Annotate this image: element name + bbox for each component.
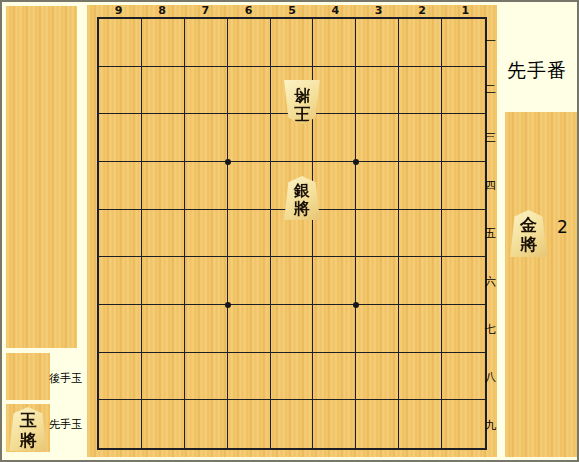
rank-label: 七 [484,306,497,354]
board-cell[interactable] [356,67,399,115]
board-cell[interactable] [313,114,356,162]
rank-label: 四 [484,161,497,209]
board-cell[interactable] [185,210,228,258]
gote-king-piece-label: 王將 [293,83,310,122]
sente-king-box-label: 先手玉 [49,417,85,432]
board-cell[interactable] [442,67,485,115]
rank-label: 二 [484,65,497,113]
board-cell[interactable] [228,257,271,305]
board-cell[interactable] [399,353,442,401]
sente-silver-piece-5d[interactable]: 銀將 [283,176,321,220]
board-cell[interactable] [313,162,356,210]
board-cell[interactable] [356,257,399,305]
turn-indicator: 先手番 [507,58,567,84]
board-cell[interactable] [185,353,228,401]
board-cell[interactable] [271,353,314,401]
board-cell[interactable] [313,210,356,258]
gote-king-box-label: 後手玉 [49,371,85,386]
rank-label: 八 [484,354,497,402]
board-cell[interactable] [228,305,271,353]
board-cell[interactable] [356,162,399,210]
board-cell[interactable] [313,400,356,448]
board-cell[interactable] [142,19,185,67]
board-cell[interactable] [313,305,356,353]
board-cell[interactable] [356,114,399,162]
board-cell[interactable] [313,353,356,401]
board-cell[interactable] [356,353,399,401]
board-cell[interactable] [442,210,485,258]
sente-king-box[interactable]: 玉將 [6,404,50,452]
file-label: 1 [444,5,487,17]
board-cell[interactable] [228,353,271,401]
sente-silver-piece-label: 銀將 [293,179,310,218]
board-cell[interactable] [99,305,142,353]
file-label: 6 [227,5,270,17]
rank-label: 五 [484,209,497,257]
board-cell[interactable] [99,210,142,258]
board-cell[interactable] [185,400,228,448]
board-cell[interactable] [356,400,399,448]
board-cell[interactable] [399,67,442,115]
board-cell[interactable] [399,257,442,305]
board-cell[interactable] [399,400,442,448]
board-cell[interactable] [271,19,314,67]
board-cell[interactable] [185,162,228,210]
sente-king-piece[interactable]: 玉將 [8,407,48,451]
board-cell[interactable] [142,67,185,115]
board-cell[interactable] [442,114,485,162]
sente-gold-piece-label: 金將 [519,213,537,254]
board-cell[interactable] [99,114,142,162]
gote-hand-tray[interactable] [6,6,77,348]
board-cell[interactable] [399,19,442,67]
board-cell[interactable] [442,400,485,448]
file-label: 4 [314,5,357,17]
file-labels: 9 8 7 6 5 4 3 2 1 [97,5,487,17]
board-cell[interactable] [313,257,356,305]
gold-count: 2 [557,217,568,237]
file-label: 3 [357,5,400,17]
board-cell[interactable] [142,257,185,305]
board-cell[interactable] [185,114,228,162]
board-cell[interactable] [228,114,271,162]
board-cell[interactable] [142,162,185,210]
board-cell[interactable] [228,162,271,210]
board-cell[interactable] [442,257,485,305]
board-cell[interactable] [185,19,228,67]
board-cell[interactable] [442,353,485,401]
board-cell[interactable] [271,257,314,305]
board-cell[interactable] [271,400,314,448]
rank-label: 九 [484,402,497,450]
sente-king-piece-label: 玉將 [19,408,37,449]
board-cell[interactable] [313,67,356,115]
board-cell[interactable] [399,162,442,210]
board-cell[interactable] [99,67,142,115]
rank-label: 三 [484,113,497,161]
board-cell[interactable] [228,67,271,115]
sente-gold-piece[interactable]: 金將 [509,210,548,257]
board-cell[interactable] [228,400,271,448]
rank-labels: 一 二 三 四 五 六 七 八 九 [484,17,497,450]
board-cell[interactable] [142,305,185,353]
rank-label: 一 [484,17,497,65]
board-cell[interactable] [356,19,399,67]
board-cell[interactable] [399,114,442,162]
board-cell[interactable] [228,19,271,67]
board-cell[interactable] [356,305,399,353]
rank-label: 六 [484,258,497,306]
board-cell[interactable] [399,210,442,258]
file-label: 5 [270,5,313,17]
board-cell[interactable] [442,162,485,210]
sente-hand-tray[interactable]: 金將 2 [505,112,579,457]
board-cell[interactable] [142,210,185,258]
board-cell[interactable] [142,114,185,162]
board-cell[interactable] [313,19,356,67]
board-cell[interactable] [185,305,228,353]
board-cell[interactable] [228,210,271,258]
board-cell[interactable] [442,19,485,67]
board-cell[interactable] [185,67,228,115]
board-cell[interactable] [142,353,185,401]
board-cell[interactable] [271,305,314,353]
board-cell[interactable] [99,162,142,210]
board-cell[interactable] [185,257,228,305]
shogi-editor-page: 後手玉 玉將 先手玉 9 8 7 6 5 4 3 2 1 王將 [0,0,579,462]
board-cell[interactable] [142,400,185,448]
file-label: 8 [140,5,183,17]
file-label: 9 [97,5,140,17]
board-cell[interactable] [99,353,142,401]
gote-king-box[interactable] [6,353,50,400]
board-cell[interactable] [356,210,399,258]
board-cell[interactable] [399,305,442,353]
gote-king-piece-5b[interactable]: 王將 [283,80,321,124]
board-cell[interactable] [442,305,485,353]
board-cell[interactable] [99,19,142,67]
board-cell[interactable] [99,257,142,305]
file-label: 7 [184,5,227,17]
board-cell[interactable] [99,400,142,448]
file-label: 2 [400,5,443,17]
shogi-board: 9 8 7 6 5 4 3 2 1 王將 銀將 一 二 三 [87,5,497,457]
